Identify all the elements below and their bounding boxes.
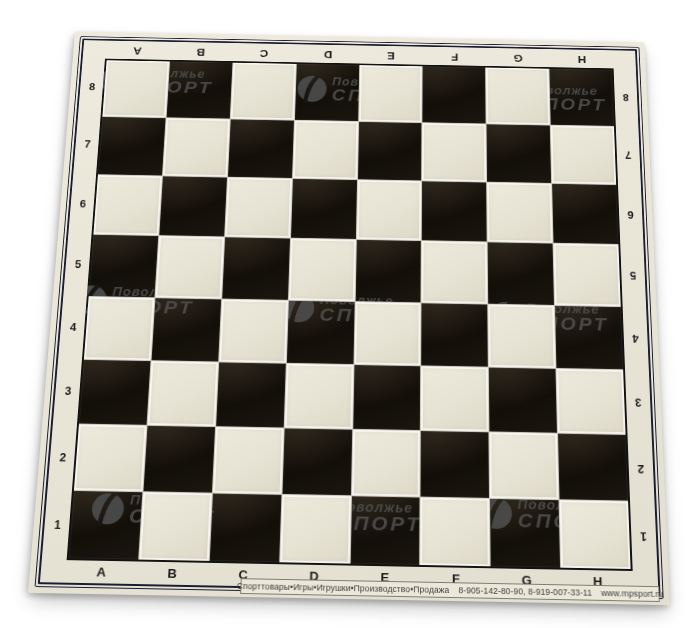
square-b8 (166, 61, 232, 118)
manufacturer-categories: Спорттовары•Игры•Игрушки•Производство•Пр… (237, 581, 450, 595)
square-b7 (163, 118, 230, 177)
board-with-coordinates: A B C D E F G H 8 7 6 (41, 41, 657, 593)
file-label-top-e: E (387, 50, 395, 62)
square-g2 (490, 432, 559, 499)
square-f1 (421, 497, 490, 566)
square-e8 (359, 65, 422, 122)
square-h7 (551, 126, 616, 185)
square-e1 (350, 496, 420, 565)
square-h4 (555, 305, 623, 369)
square-d1 (280, 495, 351, 564)
file-label-top-b: B (196, 46, 205, 58)
rank-label-left-4: 4 (69, 321, 76, 334)
square-b3 (147, 361, 218, 426)
square-a1 (69, 491, 143, 560)
square-a4 (84, 296, 154, 359)
rank-label-left-7: 7 (84, 139, 91, 151)
square-a8 (102, 60, 169, 117)
square-h5 (554, 244, 621, 306)
rank-label-left-5: 5 (74, 259, 81, 271)
file-label-bottom-b: B (167, 565, 177, 580)
square-c6 (225, 178, 292, 238)
square-b1 (139, 492, 212, 561)
square-c3 (216, 362, 286, 427)
square-g1 (490, 499, 560, 568)
square-c8 (231, 63, 296, 120)
square-e3 (353, 365, 421, 430)
square-d5 (289, 239, 356, 301)
square-c2 (213, 427, 284, 494)
square-g4 (488, 304, 555, 368)
square-f7 (422, 123, 486, 182)
square-h1 (560, 500, 631, 569)
square-e4 (354, 302, 421, 365)
rank-label-left-1: 1 (54, 518, 62, 532)
square-h6 (552, 184, 618, 244)
rank-label-right-2: 2 (637, 462, 644, 475)
square-b4 (151, 298, 221, 361)
square-a6 (93, 175, 161, 235)
rank-label-right-5: 5 (629, 269, 636, 281)
square-d7 (293, 121, 358, 180)
square-b5 (155, 236, 224, 298)
square-a2 (74, 424, 146, 491)
square-a7 (98, 117, 166, 176)
square-g8 (486, 68, 550, 125)
square-f3 (421, 366, 488, 431)
square-c5 (222, 238, 290, 300)
square-g6 (487, 183, 552, 243)
square-h8 (549, 69, 613, 126)
inner-pinstripe-border: A B C D E F G H 8 7 6 (38, 39, 661, 597)
file-label-bottom-a: A (96, 564, 106, 579)
rank-label-right-6: 6 (627, 208, 634, 220)
rank-label-left-3: 3 (64, 385, 71, 398)
square-f2 (421, 431, 489, 498)
file-label-top-g: G (513, 52, 522, 64)
square-f5 (422, 241, 488, 303)
square-h2 (558, 433, 628, 500)
square-d3 (284, 363, 353, 428)
square-f4 (422, 303, 489, 366)
square-d2 (282, 428, 352, 495)
square-c4 (219, 299, 288, 362)
square-c1 (209, 493, 281, 562)
file-label-top-f: F (451, 51, 458, 63)
square-a5 (89, 235, 158, 297)
square-c7 (228, 119, 294, 178)
square-b6 (159, 177, 227, 237)
rank-label-right-8: 8 (622, 91, 628, 102)
file-label-top-a: A (133, 45, 142, 57)
square-h3 (557, 369, 626, 434)
square-b2 (143, 426, 215, 493)
rank-label-right-3: 3 (634, 396, 641, 409)
rank-label-right-1: 1 (640, 530, 647, 544)
product-photo-background: A B C D E F G H 8 7 6 (0, 0, 700, 628)
square-f8 (423, 66, 486, 123)
chessboard-mat: A B C D E F G H 8 7 6 (28, 31, 670, 605)
rank-label-left-8: 8 (89, 81, 96, 92)
rank-label-right-4: 4 (632, 332, 639, 345)
square-f6 (422, 182, 487, 242)
file-label-top-c: C (260, 47, 269, 59)
square-g7 (487, 124, 552, 183)
square-g3 (489, 367, 557, 432)
square-d8 (295, 64, 359, 121)
square-d4 (286, 300, 354, 363)
manufacturer-phones: 8-905-142-80-90, 8-919-007-33-11 (458, 585, 592, 597)
outer-pinstripe-border: A B C D E F G H 8 7 6 (35, 36, 664, 599)
rank-label-left-6: 6 (79, 198, 86, 210)
board-perspective-wrapper: A B C D E F G H 8 7 6 (28, 31, 670, 605)
manufacturer-website: www.mpsport.ru (601, 588, 664, 599)
file-label-top-d: D (323, 48, 332, 60)
file-label-top-h: H (577, 53, 586, 65)
board-squares (67, 59, 633, 571)
rank-label-left-2: 2 (59, 451, 67, 464)
square-e2 (351, 429, 420, 496)
square-g5 (488, 243, 554, 305)
rank-label-right-7: 7 (625, 149, 632, 161)
square-a3 (79, 359, 150, 424)
square-e5 (355, 240, 421, 302)
square-e6 (356, 180, 421, 240)
square-e7 (358, 122, 422, 181)
square-d6 (291, 179, 357, 239)
